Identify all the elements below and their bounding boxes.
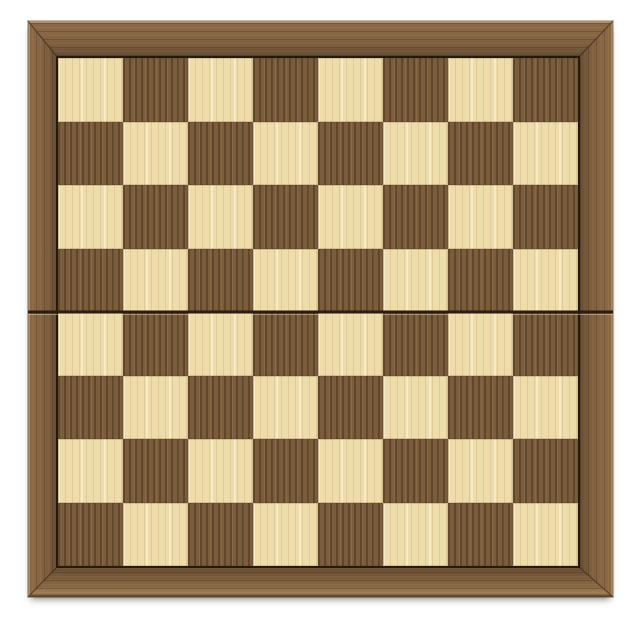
square-a1[interactable] <box>58 503 123 567</box>
square-c1[interactable] <box>188 503 253 567</box>
square-d4[interactable] <box>253 312 318 376</box>
square-f8[interactable] <box>383 58 448 122</box>
board-grid <box>58 58 578 566</box>
square-h6[interactable] <box>513 185 578 249</box>
square-g4[interactable] <box>448 312 513 376</box>
square-d2[interactable] <box>253 439 318 503</box>
square-g6[interactable] <box>448 185 513 249</box>
square-e2[interactable] <box>318 439 383 503</box>
square-c2[interactable] <box>188 439 253 503</box>
chess-board <box>28 21 613 597</box>
inlay-border <box>56 56 580 568</box>
square-f6[interactable] <box>383 185 448 249</box>
square-d1[interactable] <box>253 503 318 567</box>
square-e7[interactable] <box>318 122 383 186</box>
square-f2[interactable] <box>383 439 448 503</box>
square-g7[interactable] <box>448 122 513 186</box>
square-a2[interactable] <box>58 439 123 503</box>
square-b1[interactable] <box>123 503 188 567</box>
square-f3[interactable] <box>383 376 448 440</box>
square-f7[interactable] <box>383 122 448 186</box>
square-h3[interactable] <box>513 376 578 440</box>
square-e6[interactable] <box>318 185 383 249</box>
square-e3[interactable] <box>318 376 383 440</box>
square-c8[interactable] <box>188 58 253 122</box>
square-g1[interactable] <box>448 503 513 567</box>
board-frame-top-rail <box>28 21 613 56</box>
square-e8[interactable] <box>318 58 383 122</box>
square-g2[interactable] <box>448 439 513 503</box>
square-a4[interactable] <box>58 312 123 376</box>
square-f4[interactable] <box>383 312 448 376</box>
square-h5[interactable] <box>513 249 578 313</box>
square-d3[interactable] <box>253 376 318 440</box>
square-e5[interactable] <box>318 249 383 313</box>
square-h2[interactable] <box>513 439 578 503</box>
square-h7[interactable] <box>513 122 578 186</box>
square-b8[interactable] <box>123 58 188 122</box>
square-b3[interactable] <box>123 376 188 440</box>
square-b5[interactable] <box>123 249 188 313</box>
square-h1[interactable] <box>513 503 578 567</box>
photo-background <box>0 0 640 640</box>
square-b7[interactable] <box>123 122 188 186</box>
square-d7[interactable] <box>253 122 318 186</box>
square-g8[interactable] <box>448 58 513 122</box>
square-a8[interactable] <box>58 58 123 122</box>
square-b6[interactable] <box>123 185 188 249</box>
square-d6[interactable] <box>253 185 318 249</box>
square-e1[interactable] <box>318 503 383 567</box>
square-d8[interactable] <box>253 58 318 122</box>
square-h4[interactable] <box>513 312 578 376</box>
square-f1[interactable] <box>383 503 448 567</box>
square-b4[interactable] <box>123 312 188 376</box>
square-c6[interactable] <box>188 185 253 249</box>
square-a6[interactable] <box>58 185 123 249</box>
square-a7[interactable] <box>58 122 123 186</box>
square-a3[interactable] <box>58 376 123 440</box>
square-a5[interactable] <box>58 249 123 313</box>
board-frame-right-rail <box>580 21 613 597</box>
square-c3[interactable] <box>188 376 253 440</box>
square-h8[interactable] <box>513 58 578 122</box>
square-c4[interactable] <box>188 312 253 376</box>
square-e4[interactable] <box>318 312 383 376</box>
square-d5[interactable] <box>253 249 318 313</box>
square-c7[interactable] <box>188 122 253 186</box>
square-g3[interactable] <box>448 376 513 440</box>
square-c5[interactable] <box>188 249 253 313</box>
board-frame-bottom-rail <box>28 568 613 597</box>
square-f5[interactable] <box>383 249 448 313</box>
board-frame-left-rail <box>28 21 56 597</box>
square-g5[interactable] <box>448 249 513 313</box>
square-b2[interactable] <box>123 439 188 503</box>
